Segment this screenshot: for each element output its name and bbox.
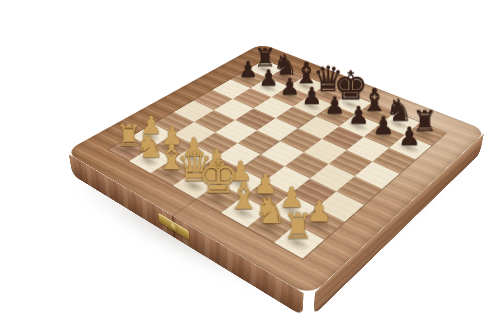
chess-board: ♜♞♝♛♚♝♞♜♟♟♟♟♟♟♟♟♟♟♟♟♟♟♟♟♜♞♝♛♚♝♞♜ xyxy=(65,43,487,296)
piece-white-rook: ♜ xyxy=(283,209,314,244)
piece-black-pawn: ♟ xyxy=(398,123,421,148)
product-photo: ♜♞♝♛♚♝♞♜♟♟♟♟♟♟♟♟♟♟♟♟♟♟♟♟♜♞♝♛♚♝♞♜ xyxy=(0,0,500,333)
